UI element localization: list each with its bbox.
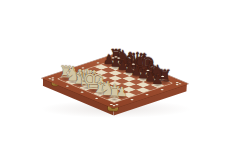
chess-board: ♜♞♝♛♚♝♞♜♟♟♟♟♟♟♟♟♟♟♟♟♟♟♟♟♜♞♝♛♚♝♞♜	[42, 53, 189, 108]
frame-inlay-dot	[130, 99, 134, 101]
square-h1: ♜	[107, 97, 121, 102]
chess-set-photo: ♜♞♝♛♚♝♞♜♟♟♟♟♟♟♟♟♟♟♟♟♟♟♟♟♜♞♝♛♚♝♞♜	[0, 0, 240, 150]
frame-inlay-dot	[115, 104, 119, 106]
frame-inlay-dot	[65, 85, 69, 87]
white-rook: ♜	[107, 85, 122, 102]
frame-inlay-dot	[175, 84, 179, 86]
frame-inlay-dot	[96, 62, 100, 64]
frame-inlay-dot	[51, 77, 55, 79]
frame-inlay-dot	[160, 89, 164, 91]
frame-inlay-dot	[51, 79, 55, 81]
frame-inlay-dot	[145, 94, 149, 96]
chess-set: ♜♞♝♛♚♝♞♜♟♟♟♟♟♟♟♟♟♟♟♟♟♟♟♟♜♞♝♛♚♝♞♜	[0, 0, 240, 150]
